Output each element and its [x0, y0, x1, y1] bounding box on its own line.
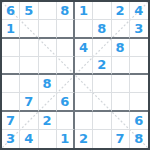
- cell-r2c5[interactable]: [75, 20, 93, 38]
- cell-r3c4[interactable]: [57, 39, 75, 57]
- cell-r6c8[interactable]: [130, 93, 148, 111]
- cell-r1c7[interactable]: 2: [112, 2, 130, 20]
- cell-r6c1[interactable]: [2, 93, 20, 111]
- cell-r1c8[interactable]: 4: [130, 2, 148, 20]
- cell-r2c4[interactable]: [57, 20, 75, 38]
- cell-r4c5[interactable]: [75, 57, 93, 75]
- cell-r6c4[interactable]: 6: [57, 93, 75, 111]
- cell-r2c3[interactable]: [39, 20, 57, 38]
- cell-r5c2[interactable]: [20, 75, 38, 93]
- cell-r5c5[interactable]: [75, 75, 93, 93]
- cell-r4c7[interactable]: [112, 57, 130, 75]
- cell-r4c8[interactable]: [130, 57, 148, 75]
- cell-r5c8[interactable]: [130, 75, 148, 93]
- cell-r8c6[interactable]: [93, 130, 111, 148]
- cell-r1c4[interactable]: 8: [57, 2, 75, 20]
- sudoku-board: 658124183482876726341278: [0, 0, 150, 150]
- cell-r6c5[interactable]: [75, 93, 93, 111]
- cell-r5c6[interactable]: [93, 75, 111, 93]
- cell-r8c4[interactable]: 1: [57, 130, 75, 148]
- cell-r8c8[interactable]: 8: [130, 130, 148, 148]
- cell-r2c8[interactable]: 3: [130, 20, 148, 38]
- cell-r8c5[interactable]: 2: [75, 130, 93, 148]
- cell-r6c6[interactable]: [93, 93, 111, 111]
- cell-r8c1[interactable]: 3: [2, 130, 20, 148]
- cell-r7c3[interactable]: 2: [39, 112, 57, 130]
- cell-r3c7[interactable]: 8: [112, 39, 130, 57]
- cell-r7c4[interactable]: [57, 112, 75, 130]
- cell-r5c1[interactable]: [2, 75, 20, 93]
- cell-r7c2[interactable]: [20, 112, 38, 130]
- cell-r3c3[interactable]: [39, 39, 57, 57]
- cell-r1c1[interactable]: 6: [2, 2, 20, 20]
- cell-r4c3[interactable]: [39, 57, 57, 75]
- cell-r1c6[interactable]: [93, 2, 111, 20]
- cell-r4c4[interactable]: [57, 57, 75, 75]
- cell-r3c8[interactable]: [130, 39, 148, 57]
- cell-r2c2[interactable]: [20, 20, 38, 38]
- cell-r6c3[interactable]: [39, 93, 57, 111]
- cell-r6c7[interactable]: [112, 93, 130, 111]
- cell-r5c3[interactable]: 8: [39, 75, 57, 93]
- cell-r3c2[interactable]: [20, 39, 38, 57]
- cell-grid: 658124183482876726341278: [2, 2, 148, 148]
- cell-r8c3[interactable]: [39, 130, 57, 148]
- cell-r7c6[interactable]: [93, 112, 111, 130]
- cell-r3c1[interactable]: [2, 39, 20, 57]
- cell-r1c5[interactable]: 1: [75, 2, 93, 20]
- cell-r1c2[interactable]: 5: [20, 2, 38, 20]
- cell-r5c4[interactable]: [57, 75, 75, 93]
- cell-r7c1[interactable]: 7: [2, 112, 20, 130]
- cell-r8c2[interactable]: 4: [20, 130, 38, 148]
- cell-r4c1[interactable]: [2, 57, 20, 75]
- cell-r7c8[interactable]: 6: [130, 112, 148, 130]
- cell-r7c5[interactable]: [75, 112, 93, 130]
- cell-r2c1[interactable]: 1: [2, 20, 20, 38]
- cell-r3c5[interactable]: 4: [75, 39, 93, 57]
- cell-r6c2[interactable]: 7: [20, 93, 38, 111]
- cell-r5c7[interactable]: [112, 75, 130, 93]
- cell-r8c7[interactable]: 7: [112, 130, 130, 148]
- cell-r7c7[interactable]: [112, 112, 130, 130]
- cell-r4c2[interactable]: [20, 57, 38, 75]
- cell-r4c6[interactable]: 2: [93, 57, 111, 75]
- cell-r2c7[interactable]: [112, 20, 130, 38]
- cell-r1c3[interactable]: [39, 2, 57, 20]
- cell-r3c6[interactable]: [93, 39, 111, 57]
- cell-r2c6[interactable]: 8: [93, 20, 111, 38]
